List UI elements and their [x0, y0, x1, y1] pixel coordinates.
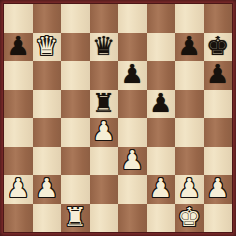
square-c6[interactable]: [61, 61, 90, 90]
square-c5[interactable]: [61, 90, 90, 119]
square-a2[interactable]: ♟: [4, 175, 33, 204]
piece-white-pawn[interactable]: ♟: [178, 175, 201, 201]
square-e4[interactable]: [118, 118, 147, 147]
piece-black-pawn[interactable]: ♟: [7, 33, 30, 59]
square-b4[interactable]: [33, 118, 62, 147]
square-g4[interactable]: [175, 118, 204, 147]
square-h3[interactable]: [204, 147, 233, 176]
square-a8[interactable]: [4, 4, 33, 33]
square-a7[interactable]: ♟: [4, 33, 33, 62]
square-c1[interactable]: ♜: [61, 204, 90, 233]
square-e2[interactable]: [118, 175, 147, 204]
piece-white-pawn[interactable]: ♟: [206, 175, 229, 201]
piece-black-pawn[interactable]: ♟: [149, 90, 172, 116]
square-g5[interactable]: [175, 90, 204, 119]
square-d8[interactable]: [90, 4, 119, 33]
square-e5[interactable]: [118, 90, 147, 119]
square-b7[interactable]: ♛: [33, 33, 62, 62]
piece-black-pawn[interactable]: ♟: [206, 61, 229, 87]
square-e1[interactable]: [118, 204, 147, 233]
square-e3[interactable]: ♟: [118, 147, 147, 176]
square-c7[interactable]: [61, 33, 90, 62]
square-a4[interactable]: [4, 118, 33, 147]
square-g6[interactable]: [175, 61, 204, 90]
square-a6[interactable]: [4, 61, 33, 90]
square-d1[interactable]: [90, 204, 119, 233]
square-f6[interactable]: [147, 61, 176, 90]
square-b8[interactable]: [33, 4, 62, 33]
square-h6[interactable]: ♟: [204, 61, 233, 90]
square-d3[interactable]: [90, 147, 119, 176]
square-e6[interactable]: ♟: [118, 61, 147, 90]
square-h2[interactable]: ♟: [204, 175, 233, 204]
square-g3[interactable]: [175, 147, 204, 176]
square-f3[interactable]: [147, 147, 176, 176]
square-e8[interactable]: [118, 4, 147, 33]
square-f4[interactable]: [147, 118, 176, 147]
square-d2[interactable]: [90, 175, 119, 204]
piece-black-king[interactable]: ♚: [206, 33, 229, 59]
square-f2[interactable]: ♟: [147, 175, 176, 204]
piece-white-pawn[interactable]: ♟: [7, 175, 30, 201]
piece-black-rook[interactable]: ♜: [92, 90, 115, 116]
square-h5[interactable]: [204, 90, 233, 119]
piece-white-pawn[interactable]: ♟: [92, 118, 115, 144]
square-f8[interactable]: [147, 4, 176, 33]
chess-board: ♟♛♛♟♚♟♟♜♟♟♟♟♟♟♟♟♜♚: [4, 4, 232, 232]
piece-white-pawn[interactable]: ♟: [35, 175, 58, 201]
piece-black-pawn[interactable]: ♟: [178, 33, 201, 59]
square-b2[interactable]: ♟: [33, 175, 62, 204]
piece-white-queen[interactable]: ♛: [35, 33, 58, 59]
square-b3[interactable]: [33, 147, 62, 176]
square-c4[interactable]: [61, 118, 90, 147]
square-g2[interactable]: ♟: [175, 175, 204, 204]
square-g7[interactable]: ♟: [175, 33, 204, 62]
square-h1[interactable]: [204, 204, 233, 233]
square-f7[interactable]: [147, 33, 176, 62]
square-g1[interactable]: ♚: [175, 204, 204, 233]
piece-black-queen[interactable]: ♛: [92, 33, 115, 59]
square-c3[interactable]: [61, 147, 90, 176]
square-d7[interactable]: ♛: [90, 33, 119, 62]
square-h7[interactable]: ♚: [204, 33, 233, 62]
square-f1[interactable]: [147, 204, 176, 233]
square-a5[interactable]: [4, 90, 33, 119]
square-c8[interactable]: [61, 4, 90, 33]
square-b5[interactable]: [33, 90, 62, 119]
square-a1[interactable]: [4, 204, 33, 233]
piece-white-pawn[interactable]: ♟: [149, 175, 172, 201]
piece-black-pawn[interactable]: ♟: [121, 61, 144, 87]
piece-white-rook[interactable]: ♜: [64, 204, 87, 230]
square-f5[interactable]: ♟: [147, 90, 176, 119]
square-b1[interactable]: [33, 204, 62, 233]
square-g8[interactable]: [175, 4, 204, 33]
square-a3[interactable]: [4, 147, 33, 176]
square-c2[interactable]: [61, 175, 90, 204]
square-h8[interactable]: [204, 4, 233, 33]
square-e7[interactable]: [118, 33, 147, 62]
square-d5[interactable]: ♜: [90, 90, 119, 119]
board-frame: ♟♛♛♟♚♟♟♜♟♟♟♟♟♟♟♟♜♚: [0, 0, 236, 236]
square-b6[interactable]: [33, 61, 62, 90]
square-h4[interactable]: [204, 118, 233, 147]
piece-white-king[interactable]: ♚: [178, 204, 201, 230]
square-d4[interactable]: ♟: [90, 118, 119, 147]
piece-white-pawn[interactable]: ♟: [121, 147, 144, 173]
square-d6[interactable]: [90, 61, 119, 90]
